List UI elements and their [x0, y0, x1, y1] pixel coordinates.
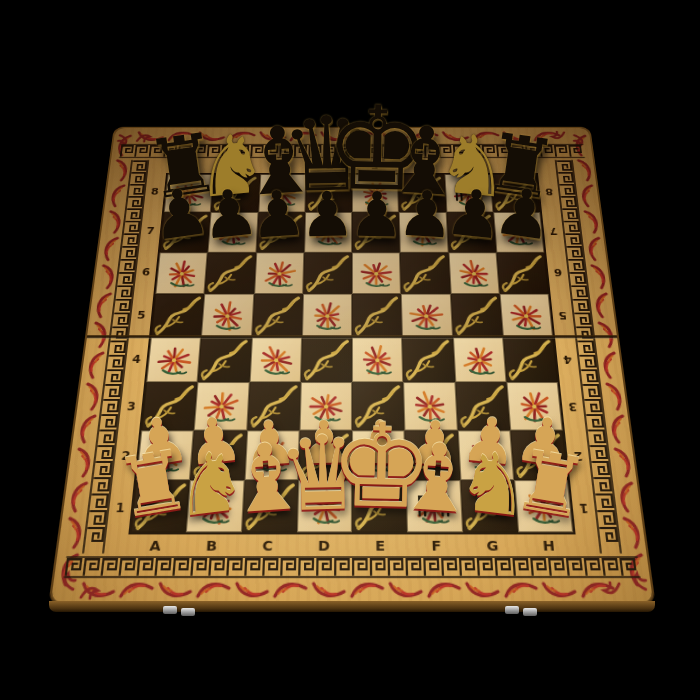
square-d6[interactable] [303, 252, 352, 293]
square-g4[interactable] [453, 337, 507, 382]
square-a5[interactable] [151, 294, 205, 337]
square-e5[interactable] [352, 294, 402, 337]
square-h5[interactable] [499, 294, 553, 337]
file-label-bottom-H: H [542, 537, 556, 553]
rank-label-left-6: 6 [141, 266, 150, 278]
square-c4[interactable] [249, 337, 302, 382]
square-f4[interactable] [402, 337, 455, 382]
file-label-bottom-D: D [318, 537, 330, 553]
white-rook-h1[interactable]: ♜ [507, 438, 593, 531]
file-label-bottom-F: F [431, 537, 441, 553]
square-e4[interactable] [352, 337, 403, 382]
rank-label-left-4: 4 [132, 353, 142, 366]
square-c5[interactable] [252, 294, 303, 337]
square-c6[interactable] [254, 252, 304, 293]
file-label-bottom-B: B [205, 537, 217, 553]
square-a4[interactable] [146, 337, 201, 382]
square-b5[interactable] [201, 294, 253, 337]
square-h6[interactable] [496, 252, 548, 293]
black-pawn-h7[interactable]: ♟ [489, 177, 557, 251]
hinge-left [163, 606, 177, 614]
rank-label-left-5: 5 [137, 309, 147, 321]
hinge-left-plate [181, 608, 195, 616]
square-f6[interactable] [400, 252, 450, 293]
box-side-edge [49, 601, 655, 612]
square-b4[interactable] [198, 337, 252, 382]
square-g5[interactable] [450, 294, 502, 337]
square-b6[interactable] [205, 252, 256, 293]
hinge-right-plate [523, 608, 537, 616]
square-f5[interactable] [401, 294, 452, 337]
square-g6[interactable] [448, 252, 499, 293]
file-label-bottom-E: E [375, 537, 385, 553]
rank-label-right-6: 6 [553, 266, 562, 278]
hinge-right [505, 606, 519, 614]
square-d4[interactable] [301, 337, 352, 382]
rank-label-right-5: 5 [558, 309, 568, 321]
file-label-bottom-G: G [486, 537, 499, 553]
photo-background: AA88BB77CC66DD55EE44FF33GG22HH11 ♜♞♝♛♚♝♞… [0, 0, 700, 700]
square-d5[interactable] [302, 294, 352, 337]
square-e6[interactable] [352, 252, 401, 293]
square-a6[interactable] [155, 252, 207, 293]
square-h4[interactable] [503, 337, 558, 382]
file-label-bottom-A: A [149, 537, 162, 553]
black-pawn-d7[interactable]: ♟ [299, 184, 356, 247]
rank-label-right-4: 4 [563, 353, 573, 366]
file-label-bottom-C: C [262, 537, 273, 553]
